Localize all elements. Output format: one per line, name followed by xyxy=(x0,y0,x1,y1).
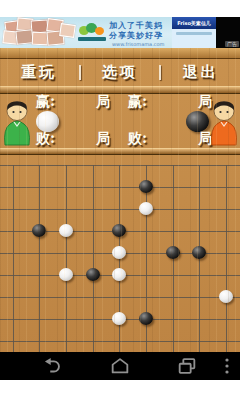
stone-white xyxy=(139,202,153,215)
board-grid-line xyxy=(173,165,174,352)
ad-badge: 广告 xyxy=(225,41,239,47)
right-lose-label: 败: xyxy=(128,130,147,148)
board-grid-line xyxy=(93,165,94,352)
ad-logo-graphic xyxy=(79,23,105,36)
stone-white xyxy=(112,268,126,281)
android-navbar xyxy=(0,352,240,380)
ad-photo xyxy=(59,23,76,38)
overflow-menu-icon[interactable] xyxy=(220,356,234,376)
stone-white xyxy=(219,290,233,303)
ad-brand-subline xyxy=(176,32,212,35)
ad-logo-caption xyxy=(78,37,106,41)
stone-black xyxy=(112,224,126,237)
ad-slogan-line1: 加入了千美妈 xyxy=(109,21,171,31)
ad-photo-collage xyxy=(3,18,75,47)
board-grid-line xyxy=(0,187,240,188)
menu-separator xyxy=(79,65,81,80)
stone-black xyxy=(166,246,180,259)
left-lose-unit: 局 xyxy=(96,130,110,148)
stone-black xyxy=(139,180,153,193)
board-grid-line xyxy=(199,165,200,352)
board[interactable] xyxy=(0,155,240,352)
stone-black xyxy=(192,246,206,259)
ad-slogan-line2: 分享美妙好孕 xyxy=(109,31,171,41)
board-grid-line xyxy=(0,165,240,166)
ad-brand-block: Friso美素佳儿 xyxy=(172,17,216,48)
recents-icon[interactable] xyxy=(176,355,198,377)
replay-button[interactable]: 重玩 xyxy=(21,63,57,82)
stone-white xyxy=(112,312,126,325)
stone-black xyxy=(32,224,46,237)
wood-shelf xyxy=(0,148,240,155)
back-icon[interactable] xyxy=(42,355,64,377)
exit-button[interactable]: 退出 xyxy=(183,63,219,82)
player-right-avatar xyxy=(208,98,240,146)
board-grid-line xyxy=(13,165,14,352)
stone-white xyxy=(59,224,73,237)
options-button[interactable]: 选项 xyxy=(102,63,138,82)
logo-blob xyxy=(95,27,104,35)
player-left-avatar xyxy=(1,98,33,146)
board-grid-line xyxy=(226,165,227,352)
stone-black xyxy=(139,312,153,325)
score-panel: 赢: 局 败: 局 赢: 局 败: 局 xyxy=(0,94,240,148)
board-grid-line xyxy=(0,209,240,210)
stone-white xyxy=(112,246,126,259)
right-win-label: 赢: xyxy=(128,93,147,111)
menu-separator xyxy=(159,65,161,80)
board-grid-line xyxy=(0,341,240,342)
home-icon[interactable] xyxy=(109,355,131,377)
ad-slogan: 加入了千美妈 分享美妙好孕 xyxy=(109,21,171,41)
board-grid-line xyxy=(0,297,240,298)
left-win-unit: 局 xyxy=(96,93,110,111)
stone-white xyxy=(59,268,73,281)
wood-beam xyxy=(0,48,240,59)
left-lose-label: 败: xyxy=(36,130,55,148)
board-grid-line xyxy=(39,165,40,352)
left-win-label: 赢: xyxy=(36,93,55,111)
board-grid-line xyxy=(66,165,67,352)
menu-bar: 重玩 选项 退出 xyxy=(0,59,240,86)
game-area: 重玩 选项 退出 赢: 局 败: 局 赢: xyxy=(0,48,240,352)
player-right-stone-black xyxy=(186,111,209,132)
stone-black xyxy=(86,268,100,281)
player-left-stone-white xyxy=(36,111,59,132)
screen: 加入了千美妈 分享美妙好孕 www.frisomama.com Friso美素佳… xyxy=(0,0,240,400)
ad-banner[interactable]: 加入了千美妈 分享美妙好孕 www.frisomama.com Friso美素佳… xyxy=(0,17,240,48)
ad-brand-logo: Friso美素佳儿 xyxy=(172,17,216,29)
